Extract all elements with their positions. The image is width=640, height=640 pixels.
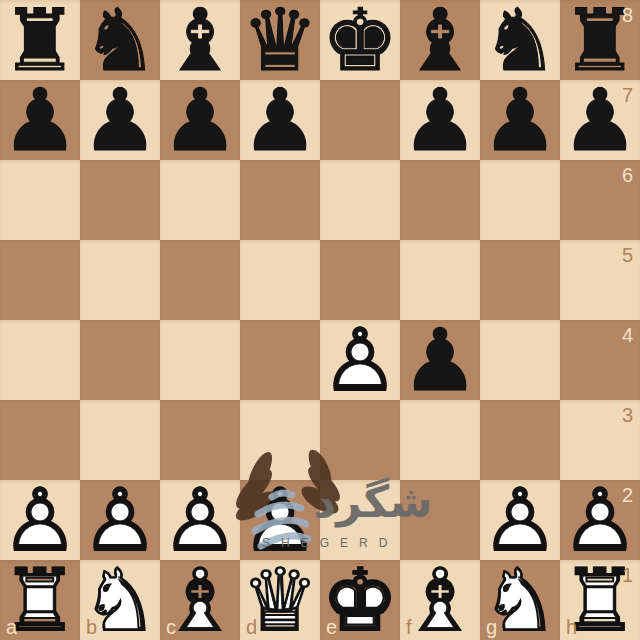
square-e3[interactable] — [320, 400, 400, 480]
piece-black-bishop[interactable]: ♝ — [160, 0, 240, 80]
file-label-f: f — [406, 617, 412, 637]
square-d3[interactable] — [240, 400, 320, 480]
square-a3[interactable] — [0, 400, 80, 480]
square-f3[interactable] — [400, 400, 480, 480]
piece-glyph-outline: ♙ — [240, 480, 320, 560]
square-b2[interactable]: ♟♙ — [80, 480, 160, 560]
piece-black-knight[interactable]: ♞ — [480, 0, 560, 80]
square-c5[interactable] — [160, 240, 240, 320]
square-f4[interactable]: ♟ — [400, 320, 480, 400]
rank-label-2: 2 — [622, 485, 633, 505]
piece-glyph-outline: ♗ — [400, 560, 480, 640]
piece-glyph-fill: ♟ — [400, 80, 480, 160]
square-f6[interactable] — [400, 160, 480, 240]
square-d8[interactable]: ♛ — [240, 0, 320, 80]
square-h5[interactable]: 5 — [560, 240, 640, 320]
square-h2[interactable]: ♟♙2 — [560, 480, 640, 560]
square-e7[interactable] — [320, 80, 400, 160]
square-b8[interactable]: ♞ — [80, 0, 160, 80]
square-e2[interactable] — [320, 480, 400, 560]
square-g1[interactable]: ♞♘g — [480, 560, 560, 640]
square-f7[interactable]: ♟ — [400, 80, 480, 160]
square-h8[interactable]: ♜8 — [560, 0, 640, 80]
piece-black-pawn[interactable]: ♟ — [400, 320, 480, 400]
square-b6[interactable] — [80, 160, 160, 240]
square-h7[interactable]: ♟7 — [560, 80, 640, 160]
square-d5[interactable] — [240, 240, 320, 320]
square-c8[interactable]: ♝ — [160, 0, 240, 80]
rank-label-3: 3 — [622, 405, 633, 425]
square-f2[interactable] — [400, 480, 480, 560]
piece-glyph-fill: ♚ — [320, 0, 400, 80]
rank-label-8: 8 — [622, 5, 633, 25]
square-g5[interactable] — [480, 240, 560, 320]
square-a7[interactable]: ♟ — [0, 80, 80, 160]
piece-glyph-outline: ♙ — [80, 480, 160, 560]
rank-label-1: 1 — [622, 565, 633, 585]
square-e5[interactable] — [320, 240, 400, 320]
square-c6[interactable] — [160, 160, 240, 240]
square-h1[interactable]: ♜♖1h — [560, 560, 640, 640]
square-h3[interactable]: 3 — [560, 400, 640, 480]
rank-label-4: 4 — [622, 325, 633, 345]
file-label-d: d — [246, 617, 257, 637]
file-label-e: e — [326, 617, 337, 637]
square-e4[interactable]: ♟♙ — [320, 320, 400, 400]
piece-black-pawn[interactable]: ♟ — [0, 80, 80, 160]
piece-black-queen[interactable]: ♛ — [240, 0, 320, 80]
piece-glyph-fill: ♟ — [80, 80, 160, 160]
square-c4[interactable] — [160, 320, 240, 400]
square-d6[interactable] — [240, 160, 320, 240]
square-f1[interactable]: ♝♗f — [400, 560, 480, 640]
square-a6[interactable] — [0, 160, 80, 240]
square-e6[interactable] — [320, 160, 400, 240]
piece-glyph-fill: ♝ — [400, 0, 480, 80]
piece-black-pawn[interactable]: ♟ — [240, 80, 320, 160]
square-c7[interactable]: ♟ — [160, 80, 240, 160]
square-f5[interactable] — [400, 240, 480, 320]
piece-glyph-fill: ♟ — [240, 80, 320, 160]
piece-black-pawn[interactable]: ♟ — [160, 80, 240, 160]
square-g4[interactable] — [480, 320, 560, 400]
square-f8[interactable]: ♝ — [400, 0, 480, 80]
piece-white-pawn[interactable]: ♟♙ — [480, 480, 560, 560]
square-a5[interactable] — [0, 240, 80, 320]
rank-label-5: 5 — [622, 245, 633, 265]
piece-black-bishop[interactable]: ♝ — [400, 0, 480, 80]
piece-glyph-outline: ♙ — [320, 320, 400, 400]
square-g7[interactable]: ♟ — [480, 80, 560, 160]
piece-glyph-fill: ♜ — [0, 0, 80, 80]
piece-black-king[interactable]: ♚ — [320, 0, 400, 80]
square-b3[interactable] — [80, 400, 160, 480]
piece-glyph-fill: ♟ — [400, 320, 480, 400]
file-label-h: h — [566, 617, 577, 637]
piece-glyph-fill: ♞ — [80, 0, 160, 80]
piece-glyph-fill: ♟ — [160, 80, 240, 160]
square-e1[interactable]: ♚♔e — [320, 560, 400, 640]
square-b5[interactable] — [80, 240, 160, 320]
piece-white-pawn[interactable]: ♟♙ — [0, 480, 80, 560]
piece-glyph-outline: ♙ — [480, 480, 560, 560]
square-d4[interactable] — [240, 320, 320, 400]
square-h4[interactable]: 4 — [560, 320, 640, 400]
piece-white-pawn[interactable]: ♟♙ — [240, 480, 320, 560]
square-h6[interactable]: 6 — [560, 160, 640, 240]
square-b7[interactable]: ♟ — [80, 80, 160, 160]
file-label-g: g — [486, 617, 497, 637]
piece-glyph-fill: ♝ — [160, 0, 240, 80]
piece-white-pawn[interactable]: ♟♙ — [160, 480, 240, 560]
square-d1[interactable]: ♛♕d — [240, 560, 320, 640]
file-label-b: b — [86, 617, 97, 637]
chess-board: ♜♞♝♛♚♝♞♜8♟♟♟♟♟♟♟765♟♙♟43♟♙♟♙♟♙♟♙♟♙♟♙2♜♖a… — [0, 0, 640, 640]
square-d2[interactable]: ♟♙ — [240, 480, 320, 560]
piece-white-bishop[interactable]: ♝♗ — [400, 560, 480, 640]
piece-glyph-fill: ♟ — [480, 80, 560, 160]
square-d7[interactable]: ♟ — [240, 80, 320, 160]
file-label-c: c — [166, 617, 176, 637]
piece-black-pawn[interactable]: ♟ — [400, 80, 480, 160]
square-g2[interactable]: ♟♙ — [480, 480, 560, 560]
square-a4[interactable] — [0, 320, 80, 400]
piece-glyph-outline: ♙ — [160, 480, 240, 560]
piece-glyph-fill: ♞ — [480, 0, 560, 80]
piece-glyph-fill: ♟ — [0, 80, 80, 160]
piece-black-rook[interactable]: ♜ — [0, 0, 80, 80]
square-a8[interactable]: ♜ — [0, 0, 80, 80]
square-b1[interactable]: ♞♘b — [80, 560, 160, 640]
piece-glyph-outline: ♙ — [0, 480, 80, 560]
square-g6[interactable] — [480, 160, 560, 240]
piece-glyph-fill: ♛ — [240, 0, 320, 80]
square-g8[interactable]: ♞ — [480, 0, 560, 80]
piece-black-knight[interactable]: ♞ — [80, 0, 160, 80]
rank-label-6: 6 — [622, 165, 633, 185]
file-label-a: a — [6, 617, 17, 637]
piece-white-pawn[interactable]: ♟♙ — [80, 480, 160, 560]
piece-white-pawn[interactable]: ♟♙ — [320, 320, 400, 400]
square-b4[interactable] — [80, 320, 160, 400]
square-c3[interactable] — [160, 400, 240, 480]
square-a1[interactable]: ♜♖a — [0, 560, 80, 640]
piece-black-pawn[interactable]: ♟ — [80, 80, 160, 160]
piece-black-pawn[interactable]: ♟ — [480, 80, 560, 160]
square-c1[interactable]: ♝♗c — [160, 560, 240, 640]
rank-label-7: 7 — [622, 85, 633, 105]
square-a2[interactable]: ♟♙ — [0, 480, 80, 560]
square-c2[interactable]: ♟♙ — [160, 480, 240, 560]
square-e8[interactable]: ♚ — [320, 0, 400, 80]
square-g3[interactable] — [480, 400, 560, 480]
